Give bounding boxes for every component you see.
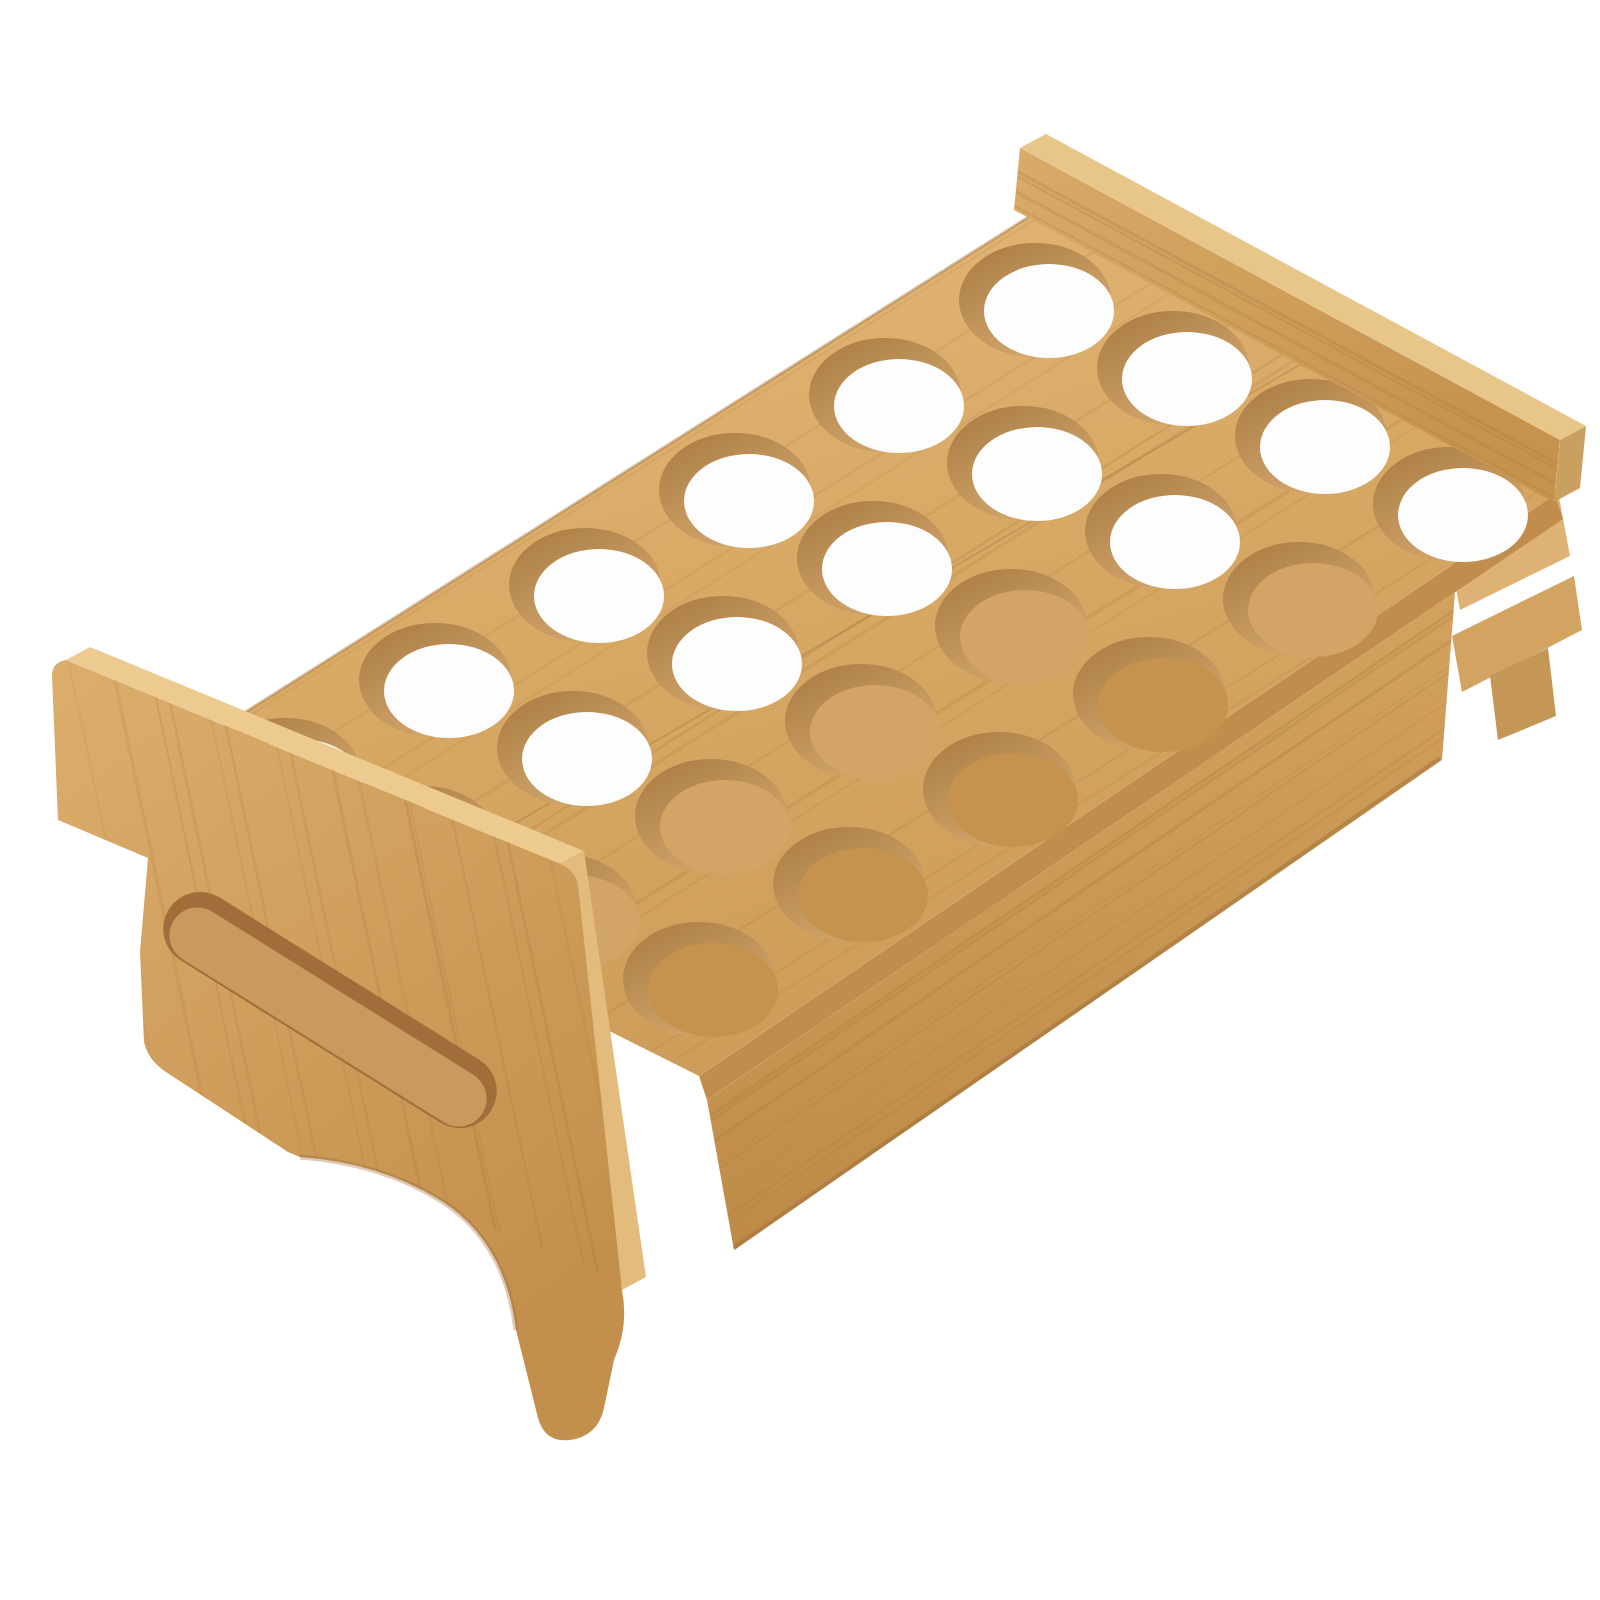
product-photo-canvas — [0, 0, 1600, 1600]
bamboo-rack-photo — [0, 0, 1600, 1600]
